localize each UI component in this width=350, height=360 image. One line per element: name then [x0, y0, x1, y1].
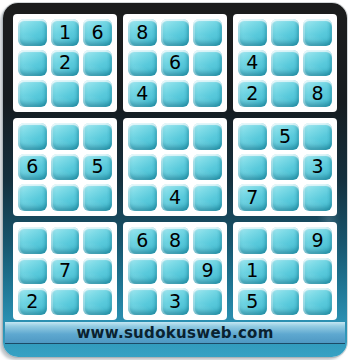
sudoku-cell[interactable]: [128, 288, 157, 315]
sudoku-cell[interactable]: [193, 80, 222, 107]
sudoku-cell[interactable]: [83, 288, 112, 315]
sudoku-cell[interactable]: 5: [83, 154, 112, 181]
sudoku-cell[interactable]: 5: [271, 123, 300, 150]
sudoku-cell[interactable]: 8: [161, 227, 190, 254]
sudoku-block: 6893: [123, 222, 227, 320]
sudoku-cell[interactable]: 6: [128, 227, 157, 254]
sudoku-cell[interactable]: [161, 154, 190, 181]
sudoku-cell[interactable]: [128, 123, 157, 150]
sudoku-cell[interactable]: 7: [51, 258, 80, 285]
sudoku-cell[interactable]: [83, 80, 112, 107]
sudoku-cell[interactable]: 3: [161, 288, 190, 315]
sudoku-block: 162: [13, 14, 117, 112]
sudoku-cell[interactable]: 4: [128, 80, 157, 107]
sudoku-cell[interactable]: [83, 227, 112, 254]
sudoku-cell[interactable]: 9: [303, 227, 332, 254]
sudoku-cell[interactable]: [161, 258, 190, 285]
sudoku-cell[interactable]: 7: [238, 184, 267, 211]
sudoku-cell[interactable]: [238, 19, 267, 46]
sudoku-cell[interactable]: [128, 258, 157, 285]
sudoku-block: 864: [123, 14, 227, 112]
sudoku-cell[interactable]: [51, 288, 80, 315]
sudoku-cell[interactable]: 9: [193, 258, 222, 285]
sudoku-cell[interactable]: [18, 50, 47, 77]
sudoku-cell[interactable]: [303, 19, 332, 46]
sudoku-cell[interactable]: [51, 123, 80, 150]
sudoku-cell[interactable]: 6: [18, 154, 47, 181]
sudoku-board: 162864428654537726893915: [13, 14, 337, 320]
sudoku-cell[interactable]: 1: [238, 258, 267, 285]
sudoku-cell[interactable]: [193, 227, 222, 254]
sudoku-cell[interactable]: [271, 80, 300, 107]
sudoku-cell[interactable]: 1: [51, 19, 80, 46]
sudoku-cell[interactable]: 8: [128, 19, 157, 46]
sudoku-cell[interactable]: [18, 227, 47, 254]
sudoku-cell[interactable]: [193, 19, 222, 46]
sudoku-block: 65: [13, 118, 117, 216]
sudoku-cell[interactable]: [193, 123, 222, 150]
sudoku-block: 72: [13, 222, 117, 320]
sudoku-cell[interactable]: 5: [238, 288, 267, 315]
sudoku-cell[interactable]: [83, 184, 112, 211]
sudoku-cell[interactable]: [193, 50, 222, 77]
sudoku-cell[interactable]: 6: [83, 19, 112, 46]
sudoku-cell[interactable]: [18, 80, 47, 107]
sudoku-cell[interactable]: [18, 184, 47, 211]
sudoku-cell[interactable]: 2: [18, 288, 47, 315]
sudoku-cell[interactable]: [128, 184, 157, 211]
sudoku-page: 162864428654537726893915 www.sudokusweb.…: [0, 0, 350, 360]
sudoku-cell[interactable]: 8: [303, 80, 332, 107]
sudoku-block: 537: [233, 118, 337, 216]
sudoku-cell[interactable]: 2: [51, 50, 80, 77]
sudokusweb-link[interactable]: www.sudokusweb.com: [76, 324, 273, 342]
sudoku-cell[interactable]: [83, 123, 112, 150]
sudoku-cell[interactable]: [238, 154, 267, 181]
sudoku-cell[interactable]: [51, 184, 80, 211]
sudoku-cell[interactable]: [303, 184, 332, 211]
sudoku-cell[interactable]: [271, 258, 300, 285]
sudoku-cell[interactable]: [271, 288, 300, 315]
sudoku-cell[interactable]: [83, 50, 112, 77]
sudoku-cell[interactable]: [128, 154, 157, 181]
sudoku-cell[interactable]: [238, 123, 267, 150]
sudoku-cell[interactable]: [238, 227, 267, 254]
sudoku-cell[interactable]: [51, 80, 80, 107]
sudoku-cell[interactable]: [161, 123, 190, 150]
sudoku-cell[interactable]: 4: [238, 50, 267, 77]
footer-band: www.sudokusweb.com: [5, 322, 345, 344]
sudoku-block: 428: [233, 14, 337, 112]
sudoku-cell[interactable]: [161, 80, 190, 107]
sudoku-cell[interactable]: [271, 154, 300, 181]
sudoku-cell[interactable]: [193, 154, 222, 181]
sudoku-cell[interactable]: 6: [161, 50, 190, 77]
sudoku-cell[interactable]: [161, 19, 190, 46]
sudoku-cell[interactable]: [51, 154, 80, 181]
sudoku-cell[interactable]: [303, 258, 332, 285]
sudoku-cell[interactable]: [18, 123, 47, 150]
sudoku-cell[interactable]: [271, 184, 300, 211]
sudoku-cell[interactable]: [303, 50, 332, 77]
sudoku-cell[interactable]: [303, 123, 332, 150]
sudoku-cell[interactable]: [303, 288, 332, 315]
sudoku-cell[interactable]: [271, 19, 300, 46]
sudoku-cell[interactable]: [271, 227, 300, 254]
sudoku-cell[interactable]: [83, 258, 112, 285]
sudoku-block: 915: [233, 222, 337, 320]
sudoku-cell[interactable]: [18, 258, 47, 285]
sudoku-block: 4: [123, 118, 227, 216]
sudoku-cell[interactable]: 3: [303, 154, 332, 181]
sudoku-cell[interactable]: [193, 288, 222, 315]
sudoku-cell[interactable]: [193, 184, 222, 211]
sudoku-cell[interactable]: 4: [161, 184, 190, 211]
sudoku-cell[interactable]: [51, 227, 80, 254]
sudoku-cell[interactable]: 2: [238, 80, 267, 107]
sudoku-cell[interactable]: [128, 50, 157, 77]
sudoku-cell[interactable]: [271, 50, 300, 77]
sudoku-cell[interactable]: [18, 19, 47, 46]
